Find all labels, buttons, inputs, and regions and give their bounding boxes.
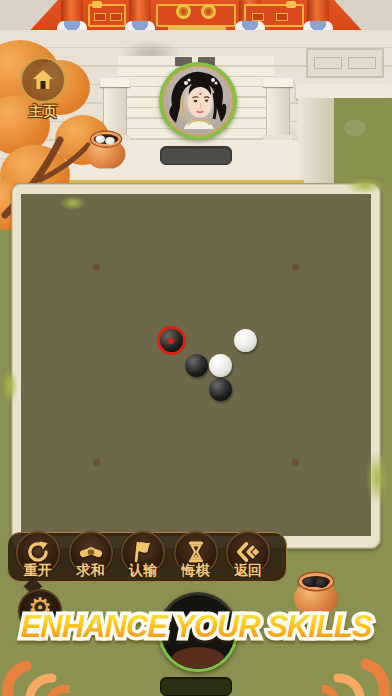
undo-button-label: 悔棋 (166, 562, 226, 580)
stone-pier (298, 98, 334, 186)
door-panel (156, 4, 236, 27)
home-button[interactable] (20, 57, 66, 103)
door-knocker-plate (286, 1, 296, 8)
board-grid[interactable] (21, 194, 371, 536)
settings-button[interactable]: ⚙ (18, 589, 62, 633)
game-screen: 主页 (0, 0, 392, 696)
stone-bowl-black (292, 572, 340, 618)
bottom-avatar-silhouette (161, 595, 235, 669)
garden-background (332, 98, 392, 186)
stair-newel-cap (263, 78, 293, 87)
door-knocker-icon (201, 4, 216, 19)
door-knocker-plate (92, 1, 102, 8)
restart-button-label: 重开 (8, 562, 68, 580)
home-button-label: 主页 (14, 103, 72, 121)
door-knocker-icon (176, 4, 191, 19)
avatar-gold-ring (162, 65, 234, 137)
home-icon (30, 67, 56, 93)
top-player-nameplate (160, 146, 232, 165)
gear-icon: ⚙ (18, 592, 62, 623)
bottom-player-avatar[interactable] (158, 592, 238, 672)
terrace-wall (306, 48, 384, 78)
stair-newel (266, 82, 290, 142)
terrace-ledge (296, 84, 392, 99)
draw-button-label: 求和 (61, 562, 121, 580)
stone-bowl-white (85, 131, 127, 171)
back-button-label: 返回 (218, 562, 278, 580)
corner-branch-right (322, 648, 392, 696)
corner-branch-left (0, 652, 70, 696)
top-player-avatar[interactable] (159, 62, 237, 140)
bottom-player-nameplate (160, 677, 232, 696)
resign-button-label: 认输 (113, 562, 173, 580)
avatar-portrait (164, 67, 232, 135)
